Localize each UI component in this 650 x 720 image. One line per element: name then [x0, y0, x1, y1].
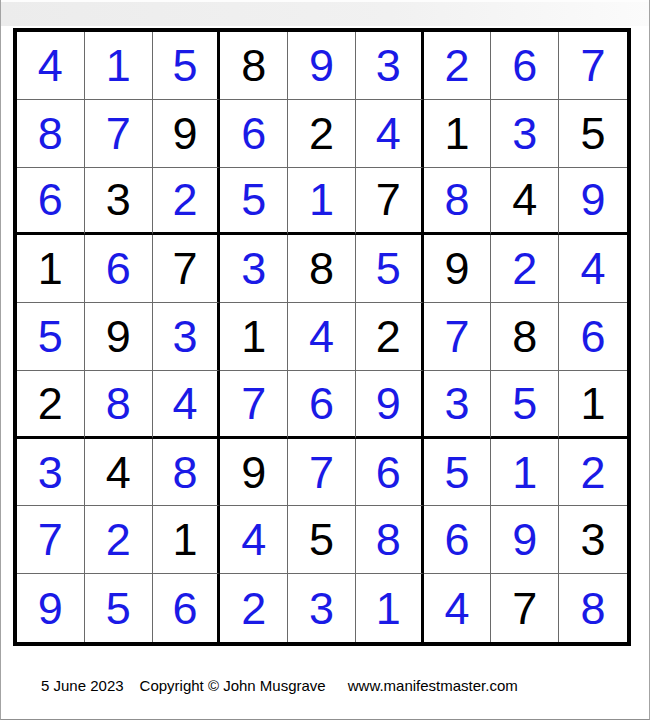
cell-r5c1[interactable]: 5	[17, 303, 85, 371]
cell-r9c3[interactable]: 6	[153, 574, 221, 642]
cell-r3c1[interactable]: 6	[17, 168, 85, 236]
cell-r1c4[interactable]: 8	[220, 32, 288, 100]
cell-r2c7[interactable]: 1	[424, 100, 492, 168]
cell-r9c6[interactable]: 1	[356, 574, 424, 642]
cell-r2c5[interactable]: 2	[288, 100, 356, 168]
sudoku-page: 4158932678796241356325178491673859245931…	[0, 0, 650, 720]
footer-website-link[interactable]: www.manifestmaster.com	[348, 677, 518, 694]
cell-r2c4[interactable]: 6	[220, 100, 288, 168]
cell-r5c6[interactable]: 2	[356, 303, 424, 371]
cell-r9c4[interactable]: 2	[220, 574, 288, 642]
cell-r1c6[interactable]: 3	[356, 32, 424, 100]
cell-r6c2[interactable]: 8	[85, 371, 153, 439]
cell-r2c1[interactable]: 8	[17, 100, 85, 168]
cell-r6c3[interactable]: 4	[153, 371, 221, 439]
cell-r4c3[interactable]: 7	[153, 235, 221, 303]
cell-r8c2[interactable]: 2	[85, 506, 153, 574]
cell-r4c4[interactable]: 3	[220, 235, 288, 303]
cell-r1c3[interactable]: 5	[153, 32, 221, 100]
cell-r3c7[interactable]: 8	[424, 168, 492, 236]
cell-r6c4[interactable]: 7	[220, 371, 288, 439]
cell-r7c3[interactable]: 8	[153, 439, 221, 507]
cell-r9c7[interactable]: 4	[424, 574, 492, 642]
cell-r6c6[interactable]: 9	[356, 371, 424, 439]
footer: 5 June 2023Copyright © John Musgravewww.…	[41, 677, 518, 694]
cell-r7c8[interactable]: 1	[491, 439, 559, 507]
cell-r8c9[interactable]: 3	[559, 506, 627, 574]
cell-r9c9[interactable]: 8	[559, 574, 627, 642]
cell-r3c4[interactable]: 5	[220, 168, 288, 236]
cell-r8c5[interactable]: 5	[288, 506, 356, 574]
cell-r1c5[interactable]: 9	[288, 32, 356, 100]
page-header-bar	[1, 0, 649, 26]
cell-r2c8[interactable]: 3	[491, 100, 559, 168]
cell-r2c6[interactable]: 4	[356, 100, 424, 168]
cell-r2c2[interactable]: 7	[85, 100, 153, 168]
cell-r5c3[interactable]: 3	[153, 303, 221, 371]
cell-r4c1[interactable]: 1	[17, 235, 85, 303]
cell-r1c1[interactable]: 4	[17, 32, 85, 100]
cell-r5c9[interactable]: 6	[559, 303, 627, 371]
cell-r4c5[interactable]: 8	[288, 235, 356, 303]
cell-r5c7[interactable]: 7	[424, 303, 492, 371]
cell-r7c9[interactable]: 2	[559, 439, 627, 507]
cell-r6c5[interactable]: 6	[288, 371, 356, 439]
cell-r6c7[interactable]: 3	[424, 371, 492, 439]
cell-r9c2[interactable]: 5	[85, 574, 153, 642]
cell-r8c7[interactable]: 6	[424, 506, 492, 574]
cell-r6c1[interactable]: 2	[17, 371, 85, 439]
cell-r1c2[interactable]: 1	[85, 32, 153, 100]
cell-r3c8[interactable]: 4	[491, 168, 559, 236]
cell-r4c2[interactable]: 6	[85, 235, 153, 303]
cell-r5c8[interactable]: 8	[491, 303, 559, 371]
cell-r2c3[interactable]: 9	[153, 100, 221, 168]
cell-r7c1[interactable]: 3	[17, 439, 85, 507]
cell-r9c8[interactable]: 7	[491, 574, 559, 642]
sudoku-grid: 4158932678796241356325178491673859245931…	[13, 28, 631, 646]
cell-r5c5[interactable]: 4	[288, 303, 356, 371]
footer-date: 5 June 2023	[41, 677, 124, 694]
cell-r5c2[interactable]: 9	[85, 303, 153, 371]
cell-r3c6[interactable]: 7	[356, 168, 424, 236]
cell-r4c9[interactable]: 4	[559, 235, 627, 303]
cell-r1c9[interactable]: 7	[559, 32, 627, 100]
cell-r6c8[interactable]: 5	[491, 371, 559, 439]
cell-r8c8[interactable]: 9	[491, 506, 559, 574]
cell-r4c6[interactable]: 5	[356, 235, 424, 303]
cell-r9c1[interactable]: 9	[17, 574, 85, 642]
cell-r3c5[interactable]: 1	[288, 168, 356, 236]
cell-r3c9[interactable]: 9	[559, 168, 627, 236]
cell-r7c5[interactable]: 7	[288, 439, 356, 507]
cell-r9c5[interactable]: 3	[288, 574, 356, 642]
footer-copyright: Copyright © John Musgrave	[140, 677, 326, 694]
cell-r7c6[interactable]: 6	[356, 439, 424, 507]
cell-r7c7[interactable]: 5	[424, 439, 492, 507]
cell-r1c8[interactable]: 6	[491, 32, 559, 100]
cell-r2c9[interactable]: 5	[559, 100, 627, 168]
cell-r8c1[interactable]: 7	[17, 506, 85, 574]
cell-r8c4[interactable]: 4	[220, 506, 288, 574]
cell-r6c9[interactable]: 1	[559, 371, 627, 439]
cell-r5c4[interactable]: 1	[220, 303, 288, 371]
cell-r3c2[interactable]: 3	[85, 168, 153, 236]
cell-r1c7[interactable]: 2	[424, 32, 492, 100]
cell-r3c3[interactable]: 2	[153, 168, 221, 236]
cell-r7c4[interactable]: 9	[220, 439, 288, 507]
cell-r8c3[interactable]: 1	[153, 506, 221, 574]
cell-r8c6[interactable]: 8	[356, 506, 424, 574]
cell-r7c2[interactable]: 4	[85, 439, 153, 507]
cell-r4c8[interactable]: 2	[491, 235, 559, 303]
cell-r4c7[interactable]: 9	[424, 235, 492, 303]
